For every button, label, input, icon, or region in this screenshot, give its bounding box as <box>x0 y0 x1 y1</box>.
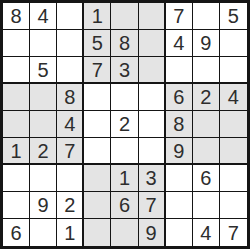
cell-r2c7[interactable]: 4 <box>166 30 193 57</box>
cell-r4c4[interactable] <box>84 84 111 111</box>
cell-r5c7[interactable]: 8 <box>166 111 193 138</box>
cell-r7c8[interactable]: 6 <box>193 165 220 192</box>
cell-r5c4[interactable] <box>84 111 111 138</box>
cell-r1c5[interactable] <box>111 3 138 30</box>
cell-r7c1[interactable] <box>3 165 30 192</box>
cell-r5c8[interactable] <box>193 111 220 138</box>
cell-r9c8[interactable]: 4 <box>193 219 220 246</box>
cell-r5c5[interactable]: 2 <box>111 111 138 138</box>
cell-r6c1[interactable]: 1 <box>3 138 30 165</box>
cell-r8c3[interactable]: 2 <box>57 192 84 219</box>
cell-r4c6[interactable] <box>139 84 166 111</box>
cell-r9c7[interactable] <box>166 219 193 246</box>
cell-r6c5[interactable] <box>111 138 138 165</box>
cell-r7c7[interactable] <box>166 165 193 192</box>
cell-r6c2[interactable]: 2 <box>30 138 57 165</box>
cell-r7c2[interactable] <box>30 165 57 192</box>
cell-r8c1[interactable] <box>3 192 30 219</box>
cell-r8c2[interactable]: 9 <box>30 192 57 219</box>
cell-r8c8[interactable] <box>193 192 220 219</box>
cell-r4c1[interactable] <box>3 84 30 111</box>
cell-r6c9[interactable] <box>220 138 247 165</box>
cell-r2c1[interactable] <box>3 30 30 57</box>
cell-r3c4[interactable]: 7 <box>84 57 111 84</box>
cell-r7c3[interactable] <box>57 165 84 192</box>
cell-r4c8[interactable]: 2 <box>193 84 220 111</box>
cell-r7c4[interactable] <box>84 165 111 192</box>
cell-r3c6[interactable] <box>139 57 166 84</box>
cell-r9c3[interactable]: 1 <box>57 219 84 246</box>
cell-r1c4[interactable]: 1 <box>84 3 111 30</box>
cell-r2c2[interactable] <box>30 30 57 57</box>
cell-r1c8[interactable] <box>193 3 220 30</box>
cell-r5c3[interactable]: 4 <box>57 111 84 138</box>
cell-r3c7[interactable] <box>166 57 193 84</box>
cell-r9c1[interactable]: 6 <box>3 219 30 246</box>
cell-r8c7[interactable] <box>166 192 193 219</box>
cell-r2c3[interactable] <box>57 30 84 57</box>
cell-r1c1[interactable]: 8 <box>3 3 30 30</box>
cell-r3c3[interactable] <box>57 57 84 84</box>
cell-r4c5[interactable] <box>111 84 138 111</box>
cell-r4c2[interactable] <box>30 84 57 111</box>
cell-r2c8[interactable]: 9 <box>193 30 220 57</box>
cell-r8c5[interactable]: 6 <box>111 192 138 219</box>
cell-r7c9[interactable] <box>220 165 247 192</box>
cell-r6c7[interactable]: 9 <box>166 138 193 165</box>
cell-r7c5[interactable]: 1 <box>111 165 138 192</box>
sudoku-puzzle: 84175584957386244281279136926761947 <box>0 0 250 249</box>
cell-r3c5[interactable]: 3 <box>111 57 138 84</box>
cell-r2c9[interactable] <box>220 30 247 57</box>
cell-r7c6[interactable]: 3 <box>139 165 166 192</box>
cell-r8c9[interactable] <box>220 192 247 219</box>
cell-r9c9[interactable]: 7 <box>220 219 247 246</box>
cell-r9c6[interactable]: 9 <box>139 219 166 246</box>
cell-r9c2[interactable] <box>30 219 57 246</box>
cell-r2c6[interactable] <box>139 30 166 57</box>
cell-r4c3[interactable]: 8 <box>57 84 84 111</box>
cell-r4c7[interactable]: 6 <box>166 84 193 111</box>
cell-r8c4[interactable] <box>84 192 111 219</box>
cell-r3c8[interactable] <box>193 57 220 84</box>
sudoku-board: 84175584957386244281279136926761947 <box>0 0 250 249</box>
cell-r6c8[interactable] <box>193 138 220 165</box>
cell-r3c1[interactable] <box>3 57 30 84</box>
cell-r1c6[interactable] <box>139 3 166 30</box>
cell-r1c2[interactable]: 4 <box>30 3 57 30</box>
cell-r3c2[interactable]: 5 <box>30 57 57 84</box>
cell-r6c6[interactable] <box>139 138 166 165</box>
cell-r1c7[interactable]: 7 <box>166 3 193 30</box>
cell-r5c6[interactable] <box>139 111 166 138</box>
cell-r2c5[interactable]: 8 <box>111 30 138 57</box>
cell-r6c4[interactable] <box>84 138 111 165</box>
cell-r5c2[interactable] <box>30 111 57 138</box>
cell-r2c4[interactable]: 5 <box>84 30 111 57</box>
cell-r5c9[interactable] <box>220 111 247 138</box>
cell-r6c3[interactable]: 7 <box>57 138 84 165</box>
cell-r4c9[interactable]: 4 <box>220 84 247 111</box>
cell-r8c6[interactable]: 7 <box>139 192 166 219</box>
cell-r1c9[interactable]: 5 <box>220 3 247 30</box>
cell-r3c9[interactable] <box>220 57 247 84</box>
cell-r1c3[interactable] <box>57 3 84 30</box>
cell-r9c4[interactable] <box>84 219 111 246</box>
cell-r5c1[interactable] <box>3 111 30 138</box>
cell-r9c5[interactable] <box>111 219 138 246</box>
